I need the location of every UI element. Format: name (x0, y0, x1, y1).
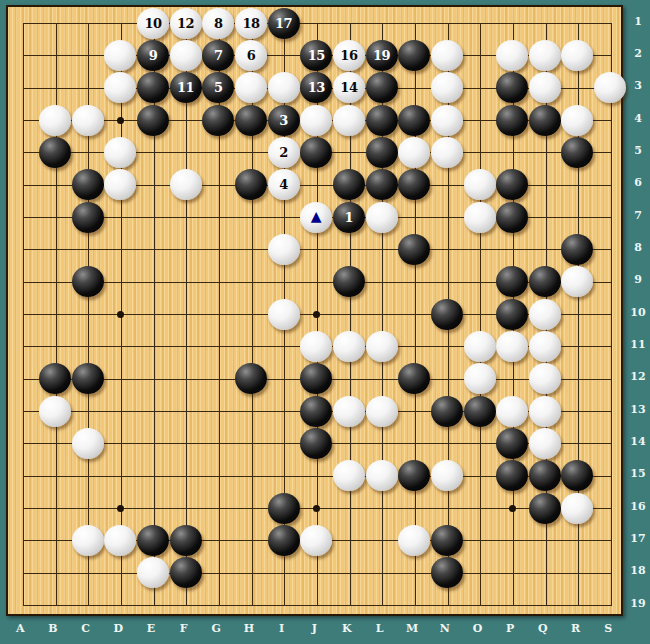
black-stone-P3[interactable] (496, 72, 528, 103)
black-stone-M4[interactable] (398, 105, 430, 136)
col-label-Q: Q (527, 621, 560, 637)
white-stone-Q12[interactable] (529, 363, 561, 394)
black-stone-J13[interactable] (300, 396, 332, 427)
row-label-4: 4 (628, 102, 648, 134)
move-number: 16 (340, 49, 357, 62)
black-stone-J2[interactable]: 15 (300, 40, 332, 71)
row-label-16: 16 (628, 490, 648, 522)
white-stone-I8[interactable] (268, 234, 300, 265)
col-label-O: O (461, 621, 494, 637)
column-labels: ABCDEFGHIJKLMNOPQRS (4, 621, 625, 637)
go-board[interactable]: 1012818179761516191151314324▲1 (6, 5, 623, 616)
black-stone-M15[interactable] (398, 460, 430, 491)
white-stone-J17[interactable] (300, 525, 332, 556)
col-label-P: P (494, 621, 527, 637)
move-number: 17 (275, 17, 292, 30)
move-number: 4 (279, 178, 288, 191)
row-label-3: 3 (628, 70, 648, 102)
black-stone-N18[interactable] (431, 557, 463, 588)
black-stone-I17[interactable] (268, 525, 300, 556)
black-stone-I16[interactable] (268, 493, 300, 524)
white-stone-N15[interactable] (431, 460, 463, 491)
black-stone-L3[interactable] (366, 72, 398, 103)
col-label-M: M (396, 621, 429, 637)
white-stone-R9[interactable] (561, 266, 593, 297)
black-stone-J5[interactable] (300, 137, 332, 168)
white-stone-H1[interactable]: 18 (235, 8, 267, 39)
white-stone-N2[interactable] (431, 40, 463, 71)
row-label-9: 9 (628, 264, 648, 296)
col-label-K: K (331, 621, 364, 637)
black-stone-H6[interactable] (235, 169, 267, 200)
black-stone-B12[interactable] (39, 363, 71, 394)
white-stone-O11[interactable] (464, 331, 496, 362)
white-stone-K2[interactable]: 16 (333, 40, 365, 71)
col-label-S: S (592, 621, 625, 637)
white-stone-J11[interactable] (300, 331, 332, 362)
triangle-marker-icon: ▲ (311, 209, 322, 223)
white-stone-L7[interactable] (366, 202, 398, 233)
move-number: 10 (144, 17, 161, 30)
col-label-H: H (233, 621, 266, 637)
white-stone-I5[interactable]: 2 (268, 137, 300, 168)
go-game-screen: 1012818179761516191151314324▲1 ABCDEFGHI… (0, 0, 650, 644)
black-stone-P9[interactable] (496, 266, 528, 297)
white-stone-R4[interactable] (561, 105, 593, 136)
white-stone-I10[interactable] (268, 299, 300, 330)
stones-layer: 1012818179761516191151314324▲1 (6, 7, 627, 621)
white-stone-M17[interactable] (398, 525, 430, 556)
black-stone-M8[interactable] (398, 234, 430, 265)
white-stone-G1[interactable]: 8 (202, 8, 234, 39)
white-stone-Q14[interactable] (529, 428, 561, 459)
row-label-6: 6 (628, 167, 648, 199)
white-stone-Q11[interactable] (529, 331, 561, 362)
black-stone-J14[interactable] (300, 428, 332, 459)
black-stone-C12[interactable] (72, 363, 104, 394)
black-stone-G4[interactable] (202, 105, 234, 136)
white-stone-I6[interactable]: 4 (268, 169, 300, 200)
row-labels: 12345678910111213141516171819 (628, 5, 648, 619)
move-number: 13 (308, 81, 325, 94)
white-stone-I3[interactable] (268, 72, 300, 103)
black-stone-G2[interactable]: 7 (202, 40, 234, 71)
col-label-J: J (298, 621, 331, 637)
black-stone-P7[interactable] (496, 202, 528, 233)
white-stone-B4[interactable] (39, 105, 71, 136)
white-stone-J4[interactable] (300, 105, 332, 136)
black-stone-M12[interactable] (398, 363, 430, 394)
black-stone-M2[interactable] (398, 40, 430, 71)
white-stone-K13[interactable] (333, 396, 365, 427)
black-stone-R8[interactable] (561, 234, 593, 265)
white-stone-L13[interactable] (366, 396, 398, 427)
row-label-12: 12 (628, 361, 648, 393)
white-stone-N3[interactable] (431, 72, 463, 103)
black-stone-E17[interactable] (137, 525, 169, 556)
move-number: 1 (345, 211, 354, 224)
white-stone-E18[interactable] (137, 557, 169, 588)
row-label-1: 1 (628, 5, 648, 37)
move-number: 5 (214, 81, 223, 94)
black-stone-F17[interactable] (170, 525, 202, 556)
white-stone-N4[interactable] (431, 105, 463, 136)
black-stone-B5[interactable] (39, 137, 71, 168)
row-label-5: 5 (628, 134, 648, 166)
black-stone-H4[interactable] (235, 105, 267, 136)
white-stone-D2[interactable] (104, 40, 136, 71)
white-stone-R16[interactable] (561, 493, 593, 524)
white-stone-C17[interactable] (72, 525, 104, 556)
white-stone-H3[interactable] (235, 72, 267, 103)
row-label-13: 13 (628, 393, 648, 425)
white-stone-M5[interactable] (398, 137, 430, 168)
row-label-15: 15 (628, 458, 648, 490)
black-stone-F3[interactable]: 11 (170, 72, 202, 103)
row-label-18: 18 (628, 555, 648, 587)
col-label-C: C (69, 621, 102, 637)
move-number: 15 (308, 49, 325, 62)
black-stone-I4[interactable]: 3 (268, 105, 300, 136)
white-stone-N5[interactable] (431, 137, 463, 168)
move-number: 11 (177, 81, 194, 94)
white-stone-Q13[interactable] (529, 396, 561, 427)
white-stone-D6[interactable] (104, 169, 136, 200)
col-label-E: E (135, 621, 168, 637)
row-label-7: 7 (628, 199, 648, 231)
move-number: 18 (242, 17, 259, 30)
col-label-N: N (429, 621, 462, 637)
white-stone-J7[interactable]: ▲ (300, 202, 332, 233)
black-stone-Q16[interactable] (529, 493, 561, 524)
black-stone-E2[interactable]: 9 (137, 40, 169, 71)
white-stone-C14[interactable] (72, 428, 104, 459)
black-stone-L5[interactable] (366, 137, 398, 168)
white-stone-H2[interactable]: 6 (235, 40, 267, 71)
white-stone-E1[interactable]: 10 (137, 8, 169, 39)
white-stone-B13[interactable] (39, 396, 71, 427)
white-stone-P11[interactable] (496, 331, 528, 362)
white-stone-D3[interactable] (104, 72, 136, 103)
black-stone-N17[interactable] (431, 525, 463, 556)
black-stone-K9[interactable] (333, 266, 365, 297)
row-label-2: 2 (628, 37, 648, 69)
black-stone-E4[interactable] (137, 105, 169, 136)
white-stone-K4[interactable] (333, 105, 365, 136)
move-number: 6 (247, 49, 256, 62)
white-stone-F2[interactable] (170, 40, 202, 71)
black-stone-Q15[interactable] (529, 460, 561, 491)
col-label-R: R (559, 621, 592, 637)
black-stone-M6[interactable] (398, 169, 430, 200)
white-stone-K3[interactable]: 14 (333, 72, 365, 103)
black-stone-P4[interactable] (496, 105, 528, 136)
black-stone-J3[interactable]: 13 (300, 72, 332, 103)
white-stone-Q2[interactable] (529, 40, 561, 71)
white-stone-S3[interactable] (594, 72, 626, 103)
move-number: 9 (149, 49, 158, 62)
row-label-17: 17 (628, 522, 648, 554)
col-label-A: A (4, 621, 37, 637)
black-stone-E3[interactable] (137, 72, 169, 103)
white-stone-K15[interactable] (333, 460, 365, 491)
white-stone-C4[interactable] (72, 105, 104, 136)
black-stone-K7[interactable]: 1 (333, 202, 365, 233)
white-stone-L11[interactable] (366, 331, 398, 362)
black-stone-F18[interactable] (170, 557, 202, 588)
black-stone-L2[interactable]: 19 (366, 40, 398, 71)
black-stone-C9[interactable] (72, 266, 104, 297)
row-label-11: 11 (628, 328, 648, 360)
col-label-L: L (363, 621, 396, 637)
col-label-F: F (167, 621, 200, 637)
white-stone-D17[interactable] (104, 525, 136, 556)
black-stone-N13[interactable] (431, 396, 463, 427)
black-stone-I1[interactable]: 17 (268, 8, 300, 39)
black-stone-P14[interactable] (496, 428, 528, 459)
white-stone-P13[interactable] (496, 396, 528, 427)
white-stone-O12[interactable] (464, 363, 496, 394)
move-number: 12 (177, 17, 194, 30)
white-stone-F6[interactable] (170, 169, 202, 200)
black-stone-K6[interactable] (333, 169, 365, 200)
move-number: 14 (340, 81, 357, 94)
black-stone-J12[interactable] (300, 363, 332, 394)
white-stone-O6[interactable] (464, 169, 496, 200)
move-number: 8 (214, 17, 223, 30)
white-stone-Q3[interactable] (529, 72, 561, 103)
black-stone-P10[interactable] (496, 299, 528, 330)
white-stone-O7[interactable] (464, 202, 496, 233)
col-label-B: B (37, 621, 70, 637)
black-stone-Q4[interactable] (529, 105, 561, 136)
black-stone-R15[interactable] (561, 460, 593, 491)
white-stone-F1[interactable]: 12 (170, 8, 202, 39)
black-stone-P15[interactable] (496, 460, 528, 491)
col-label-G: G (200, 621, 233, 637)
col-label-I: I (265, 621, 298, 637)
col-label-D: D (102, 621, 135, 637)
move-number: 2 (279, 146, 288, 159)
move-number: 7 (214, 49, 223, 62)
black-stone-N10[interactable] (431, 299, 463, 330)
black-stone-R5[interactable] (561, 137, 593, 168)
black-stone-O13[interactable] (464, 396, 496, 427)
black-stone-L6[interactable] (366, 169, 398, 200)
move-number: 3 (279, 114, 288, 127)
row-label-19: 19 (628, 587, 648, 619)
black-stone-P6[interactable] (496, 169, 528, 200)
black-stone-C7[interactable] (72, 202, 104, 233)
white-stone-P2[interactable] (496, 40, 528, 71)
black-stone-G3[interactable]: 5 (202, 72, 234, 103)
row-label-14: 14 (628, 425, 648, 457)
black-stone-H12[interactable] (235, 363, 267, 394)
white-stone-L15[interactable] (366, 460, 398, 491)
row-label-8: 8 (628, 231, 648, 263)
white-stone-R2[interactable] (561, 40, 593, 71)
black-stone-Q9[interactable] (529, 266, 561, 297)
black-stone-C6[interactable] (72, 169, 104, 200)
white-stone-D5[interactable] (104, 137, 136, 168)
white-stone-K11[interactable] (333, 331, 365, 362)
row-label-10: 10 (628, 296, 648, 328)
move-number: 19 (373, 49, 390, 62)
white-stone-Q10[interactable] (529, 299, 561, 330)
black-stone-L4[interactable] (366, 105, 398, 136)
